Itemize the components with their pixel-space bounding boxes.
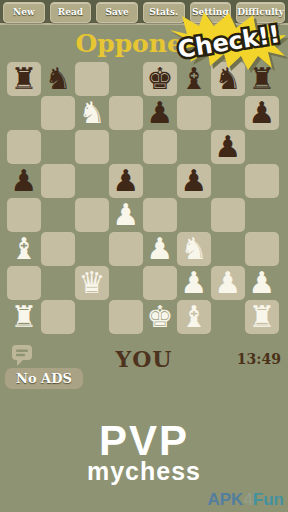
app-root: New Read Save Stats. Setting Difficulty … (0, 0, 288, 512)
square-c2[interactable]: ♛ (75, 266, 109, 300)
white-bishop-a3[interactable]: ♝ (7, 232, 41, 266)
square-c1[interactable] (75, 300, 109, 334)
white-knight-f3[interactable]: ♞ (177, 232, 211, 266)
white-rook-a1[interactable]: ♜ (7, 300, 41, 334)
square-g6[interactable]: ♟ (211, 130, 245, 164)
black-pawn-f5[interactable]: ♟ (177, 164, 211, 198)
square-c7[interactable]: ♞ (75, 96, 109, 130)
square-b7[interactable] (41, 96, 75, 130)
save-button[interactable]: Save (96, 2, 138, 23)
black-knight-g8[interactable]: ♞ (211, 62, 245, 96)
white-bishop-f1[interactable]: ♝ (177, 300, 211, 334)
read-button[interactable]: Read (50, 2, 92, 23)
square-f3[interactable]: ♞ (177, 232, 211, 266)
new-button[interactable]: New (3, 2, 45, 23)
white-pawn-e3[interactable]: ♟ (143, 232, 177, 266)
square-f8[interactable]: ♝ (177, 62, 211, 96)
square-d4[interactable]: ♟ (109, 198, 143, 232)
black-pawn-d5[interactable]: ♟ (109, 164, 143, 198)
square-e2[interactable] (143, 266, 177, 300)
square-e3[interactable]: ♟ (143, 232, 177, 266)
square-h1[interactable]: ♜ (245, 300, 279, 334)
square-h5[interactable] (245, 164, 279, 198)
square-b5[interactable] (41, 164, 75, 198)
square-g2[interactable]: ♟ (211, 266, 245, 300)
black-knight-b8[interactable]: ♞ (41, 62, 75, 96)
square-f2[interactable]: ♟ (177, 266, 211, 300)
square-a1[interactable]: ♜ (7, 300, 41, 334)
square-c3[interactable] (75, 232, 109, 266)
square-c4[interactable] (75, 198, 109, 232)
watermark-apk: APK (207, 490, 243, 509)
square-e1[interactable]: ♚ (143, 300, 177, 334)
square-g8[interactable]: ♞ (211, 62, 245, 96)
square-d7[interactable] (109, 96, 143, 130)
square-a5[interactable]: ♟ (7, 164, 41, 198)
square-d6[interactable] (109, 130, 143, 164)
square-e8[interactable]: ♚ (143, 62, 177, 96)
square-c6[interactable] (75, 130, 109, 164)
apk4fun-watermark: APK4Fun (207, 490, 284, 510)
square-h7[interactable]: ♟ (245, 96, 279, 130)
square-h2[interactable]: ♟ (245, 266, 279, 300)
white-king-e1[interactable]: ♚ (143, 300, 177, 334)
square-h4[interactable] (245, 198, 279, 232)
square-a8[interactable]: ♜ (7, 62, 41, 96)
white-pawn-f2[interactable]: ♟ (177, 266, 211, 300)
square-e4[interactable] (143, 198, 177, 232)
app-logo-pvp: PVP (0, 420, 288, 462)
square-c8[interactable] (75, 62, 109, 96)
white-pawn-g2[interactable]: ♟ (211, 266, 245, 300)
square-c5[interactable] (75, 164, 109, 198)
black-pawn-a5[interactable]: ♟ (7, 164, 41, 198)
square-d3[interactable] (109, 232, 143, 266)
square-e6[interactable] (143, 130, 177, 164)
difficulty-button[interactable]: Difficulty (236, 2, 285, 23)
square-f6[interactable] (177, 130, 211, 164)
stats-button[interactable]: Stats. (143, 2, 185, 23)
black-pawn-e7[interactable]: ♟ (143, 96, 177, 130)
square-g5[interactable] (211, 164, 245, 198)
square-b2[interactable] (41, 266, 75, 300)
menu-bar: New Read Save Stats. Setting Difficulty (0, 0, 288, 25)
game-clock: 13:49 (237, 351, 281, 367)
square-a6[interactable] (7, 130, 41, 164)
square-h8[interactable]: ♜ (245, 62, 279, 96)
watermark-fun: Fun (253, 490, 284, 509)
black-rook-a8[interactable]: ♜ (7, 62, 41, 96)
square-b6[interactable] (41, 130, 75, 164)
no-ads-button[interactable]: No ADS (5, 368, 83, 389)
white-pawn-h2[interactable]: ♟ (245, 266, 279, 300)
square-d1[interactable] (109, 300, 143, 334)
square-b1[interactable] (41, 300, 75, 334)
white-queen-c2[interactable]: ♛ (75, 266, 109, 300)
square-h6[interactable] (245, 130, 279, 164)
square-f1[interactable]: ♝ (177, 300, 211, 334)
watermark-4: 4 (243, 490, 252, 509)
square-d5[interactable]: ♟ (109, 164, 143, 198)
square-f4[interactable] (177, 198, 211, 232)
square-a7[interactable] (7, 96, 41, 130)
black-pawn-g6[interactable]: ♟ (211, 130, 245, 164)
square-f5[interactable]: ♟ (177, 164, 211, 198)
app-logo-mychess: mychess (0, 459, 288, 484)
square-f7[interactable] (177, 96, 211, 130)
square-a3[interactable]: ♝ (7, 232, 41, 266)
square-h3[interactable] (245, 232, 279, 266)
square-d2[interactable] (109, 266, 143, 300)
setting-button[interactable]: Setting (190, 2, 232, 23)
white-pawn-d4[interactable]: ♟ (109, 198, 143, 232)
opponent-label: Opponent (0, 29, 288, 58)
white-rook-h1[interactable]: ♜ (245, 300, 279, 334)
square-g1[interactable] (211, 300, 245, 334)
square-d8[interactable] (109, 62, 143, 96)
black-bishop-f8[interactable]: ♝ (177, 62, 211, 96)
square-a4[interactable] (7, 198, 41, 232)
chat-bubble-icon[interactable] (11, 344, 33, 371)
square-g4[interactable] (211, 198, 245, 232)
square-e7[interactable]: ♟ (143, 96, 177, 130)
square-e5[interactable] (143, 164, 177, 198)
chess-board[interactable]: ♜♞♚♝♞♜♞♟♟♟♟♟♟♟♝♟♞♛♟♟♟♜♚♝♜ (7, 62, 279, 334)
white-knight-c7[interactable]: ♞ (75, 96, 109, 130)
black-pawn-h7[interactable]: ♟ (245, 96, 279, 130)
square-b4[interactable] (41, 198, 75, 232)
square-g3[interactable] (211, 232, 245, 266)
square-b3[interactable] (41, 232, 75, 266)
black-rook-h8[interactable]: ♜ (245, 62, 279, 96)
square-b8[interactable]: ♞ (41, 62, 75, 96)
square-g7[interactable] (211, 96, 245, 130)
black-king-e8[interactable]: ♚ (143, 62, 177, 96)
square-a2[interactable] (7, 266, 41, 300)
